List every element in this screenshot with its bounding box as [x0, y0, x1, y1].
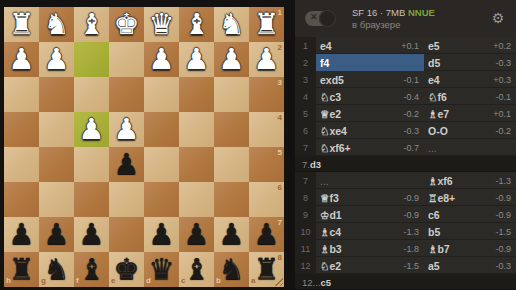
piece-white-knight[interactable]: ♞: [214, 7, 249, 42]
coord-rank-7: 7: [278, 219, 282, 227]
black-move-cell[interactable]: ♗xf6-1.3: [424, 172, 516, 189]
square-c1[interactable]: ♝: [179, 7, 214, 42]
square-g6[interactable]: [39, 182, 74, 217]
engine-name: SF 16 · 7MB: [352, 7, 405, 18]
square-d2[interactable]: ♟: [144, 42, 179, 77]
white-move-cell[interactable]: exd5-0.1: [316, 71, 424, 88]
move-eval: -0.9: [495, 210, 511, 220]
square-a1[interactable]: ♜1: [249, 7, 284, 42]
piece-black-pawn[interactable]: ♟: [179, 217, 214, 252]
move-eval: -0.1: [495, 92, 511, 102]
engine-toggle[interactable]: ✕: [305, 11, 335, 26]
black-move-cell[interactable]: ♘f6-0.1: [424, 88, 516, 105]
move-eval: -0.3: [403, 126, 419, 136]
white-move-cell[interactable]: ♘xe4-0.3: [316, 122, 424, 139]
piece-white-pawn[interactable]: ♟: [214, 42, 249, 77]
square-f3[interactable]: [74, 77, 109, 112]
square-b6[interactable]: [214, 182, 249, 217]
square-f4[interactable]: ♟: [74, 112, 109, 147]
move-san: ♗b3: [320, 243, 342, 255]
coord-file-c: c: [181, 277, 185, 285]
move-row: 11♗b3-1.8♗b7-0.9: [295, 240, 516, 257]
move-san: ♘xf6+: [320, 142, 351, 154]
square-a5[interactable]: 5: [249, 147, 284, 182]
move-row: 6♘xe4-0.3O-O-0.2: [295, 122, 516, 139]
move-san: ...: [320, 175, 329, 187]
move-row: 4♘c3-0.4♘f6-0.1: [295, 88, 516, 105]
piece-white-pawn[interactable]: ♟: [39, 42, 74, 77]
square-a8[interactable]: ♜8a: [249, 252, 284, 287]
move-eval: +0.3: [493, 75, 511, 85]
piece-black-pawn[interactable]: ♟: [144, 217, 179, 252]
piece-white-king[interactable]: ♚: [109, 7, 144, 42]
square-c6[interactable]: [179, 182, 214, 217]
move-number: 11: [295, 240, 316, 257]
move-eval: -0.7: [403, 143, 419, 153]
engine-subtitle: в браузере: [352, 19, 435, 31]
square-g7[interactable]: ♟: [39, 217, 74, 252]
move-number: 12: [295, 257, 316, 274]
coord-rank-2: 2: [278, 44, 282, 52]
piece-black-pawn[interactable]: ♟: [214, 217, 249, 252]
square-b1[interactable]: ♞: [214, 7, 249, 42]
board-area: ♜♞♝♚♛♝♞♜1♟♟♟♟♟♟23♟♟4♟56♟♟♟♟♟♟♟7♜h♞g♝f♚e♛…: [0, 0, 291, 290]
coord-file-g: g: [41, 277, 46, 285]
white-move-cell[interactable]: e4+0.1: [316, 37, 424, 54]
square-e1[interactable]: ♚: [109, 7, 144, 42]
move-san: exd5: [320, 74, 344, 86]
coord-file-e: e: [111, 277, 115, 285]
square-f5[interactable]: [74, 147, 109, 182]
piece-white-knight[interactable]: ♞: [39, 7, 74, 42]
square-e6[interactable]: [109, 182, 144, 217]
move-san: ♕f3: [320, 192, 339, 204]
engine-panel: ✕ SF 16 · 7MB NNUE в браузере ⚙ 1e4+0.1e…: [295, 0, 516, 290]
move-row: 7...♗xf6-1.3: [295, 172, 516, 189]
coord-file-a: a: [251, 277, 255, 285]
move-row: 5♕e2-0.2♗e7+0.1: [295, 105, 516, 122]
square-a6[interactable]: 6: [249, 182, 284, 217]
square-e3[interactable]: [109, 77, 144, 112]
move-san: ♘xe4: [320, 125, 347, 137]
black-move-cell[interactable]: O-O-0.2: [424, 122, 516, 139]
move-san: ...: [428, 142, 437, 154]
move-number: 4: [295, 88, 316, 105]
variation-move-san: c5: [321, 277, 332, 288]
move-eval: -1.8: [403, 244, 419, 254]
square-f7[interactable]: ♟: [74, 217, 109, 252]
white-move-cell[interactable]: ♗b3-1.8: [316, 240, 424, 257]
variation-move-san: d3: [310, 159, 321, 170]
black-move-cell[interactable]: ♗e7+0.1: [424, 105, 516, 122]
move-number: 10: [295, 223, 316, 240]
square-a7[interactable]: ♟7: [249, 217, 284, 252]
move-san: O-O: [428, 125, 448, 137]
move-eval: -1.3: [403, 227, 419, 237]
move-eval: -0.4: [403, 92, 419, 102]
white-move-cell[interactable]: ♘e2-1.5: [316, 257, 424, 274]
move-eval: -0.9: [495, 244, 511, 254]
white-move-cell[interactable]: ♘xf6+-0.7: [316, 139, 424, 156]
square-c7[interactable]: ♟: [179, 217, 214, 252]
square-a3[interactable]: 3: [249, 77, 284, 112]
square-g8[interactable]: ♞g: [39, 252, 74, 287]
piece-black-pawn[interactable]: ♟: [74, 217, 109, 252]
square-e2[interactable]: [109, 42, 144, 77]
square-h4[interactable]: [4, 112, 39, 147]
close-icon: ✕: [310, 13, 318, 22]
move-eval: -1.5: [403, 261, 419, 271]
move-eval: -0.3: [495, 58, 511, 68]
black-move-cell[interactable]: ♗b7-0.9: [424, 240, 516, 257]
piece-white-bishop[interactable]: ♝: [179, 7, 214, 42]
piece-black-pawn[interactable]: ♟: [39, 217, 74, 252]
move-number: 2: [295, 54, 316, 71]
move-san: b5: [428, 226, 440, 238]
coord-rank-6: 6: [278, 184, 282, 192]
piece-white-pawn[interactable]: ♟: [4, 42, 39, 77]
move-row: 1e4+0.1e5+0.2: [295, 37, 516, 54]
piece-white-bishop[interactable]: ♝: [74, 7, 109, 42]
square-c5[interactable]: [179, 147, 214, 182]
gear-icon[interactable]: ⚙: [489, 9, 507, 27]
move-san: ♔d1: [320, 209, 342, 221]
move-eval: +0.1: [401, 41, 419, 51]
piece-white-rook[interactable]: ♜: [4, 7, 39, 42]
move-number: 7: [295, 172, 316, 189]
square-c3[interactable]: [179, 77, 214, 112]
move-eval: -1.3: [495, 176, 511, 186]
move-eval: +0.1: [493, 109, 511, 119]
move-row: 3exd5-0.1e4+0.3: [295, 71, 516, 88]
move-eval: -1.5: [495, 227, 511, 237]
square-g1[interactable]: ♞: [39, 7, 74, 42]
move-eval: +0.2: [493, 41, 511, 51]
move-row: 7♘xf6+-0.7...: [295, 139, 516, 156]
square-d3[interactable]: [144, 77, 179, 112]
move-list: 1e4+0.1e5+0.22f4d5-0.33exd5-0.1e4+0.34♘c…: [295, 37, 516, 290]
square-h8[interactable]: ♜h: [4, 252, 39, 287]
move-row: 9♔d1-0.9c6-0.9: [295, 206, 516, 223]
move-number: 7: [295, 139, 316, 156]
white-move-cell[interactable]: ♕f3-0.9: [316, 189, 424, 206]
square-f8[interactable]: ♝f: [74, 252, 109, 287]
square-f1[interactable]: ♝: [74, 7, 109, 42]
move-number: 9: [295, 206, 316, 223]
square-h6[interactable]: [4, 182, 39, 217]
move-row: 10♗c4-1.3b5-1.5: [295, 223, 516, 240]
piece-black-pawn[interactable]: ♟: [4, 217, 39, 252]
coord-rank-4: 4: [278, 114, 282, 122]
square-f2[interactable]: [74, 42, 109, 77]
white-move-cell[interactable]: ♗c4-1.3: [316, 223, 424, 240]
coord-file-h: h: [6, 277, 11, 285]
white-move-cell[interactable]: ...: [316, 172, 424, 189]
coord-rank-8: 8: [278, 254, 282, 262]
square-h3[interactable]: [4, 77, 39, 112]
move-eval: -0.9: [403, 193, 419, 203]
move-san: ♕e2: [320, 108, 341, 120]
square-e5[interactable]: ♟: [109, 147, 144, 182]
coord-file-f: f: [76, 277, 79, 285]
square-b5[interactable]: [214, 147, 249, 182]
square-h7[interactable]: ♟: [4, 217, 39, 252]
piece-white-queen[interactable]: ♛: [144, 7, 179, 42]
move-number: 5: [295, 105, 316, 122]
chess-board[interactable]: ♜♞♝♚♛♝♞♜1♟♟♟♟♟♟23♟♟4♟56♟♟♟♟♟♟♟7♜h♞g♝f♚e♛…: [4, 7, 284, 287]
square-d8[interactable]: ♛d: [144, 252, 179, 287]
square-d5[interactable]: [144, 147, 179, 182]
square-e7[interactable]: [109, 217, 144, 252]
square-c8[interactable]: ♝c: [179, 252, 214, 287]
move-san: ♘e2: [320, 260, 341, 272]
coord-file-d: d: [146, 277, 151, 285]
move-san: ♗c4: [320, 226, 341, 238]
move-eval: -0.9: [403, 210, 419, 220]
white-move-cell[interactable]: ♔d1-0.9: [316, 206, 424, 223]
move-san: ♗e7: [428, 108, 449, 120]
square-c2[interactable]: ♟: [179, 42, 214, 77]
square-g3[interactable]: [39, 77, 74, 112]
square-f6[interactable]: [74, 182, 109, 217]
black-move-cell[interactable]: e5+0.2: [424, 37, 516, 54]
variation-move-number: 7.: [302, 159, 310, 170]
move-row: 8♕f3-0.9♖e8+-0.9: [295, 189, 516, 206]
black-move-cell[interactable]: c6-0.9: [424, 206, 516, 223]
variation-row[interactable]: 12...c5: [295, 274, 516, 290]
black-move-cell[interactable]: e4+0.3: [424, 71, 516, 88]
variation-row[interactable]: 7.d3: [295, 156, 516, 172]
piece-white-pawn[interactable]: ♟: [144, 42, 179, 77]
move-eval: -0.3: [495, 261, 511, 271]
move-san: ♗xf6: [428, 175, 453, 187]
square-d1[interactable]: ♛: [144, 7, 179, 42]
move-eval: -0.2: [403, 109, 419, 119]
move-san: c6: [428, 209, 440, 221]
square-d7[interactable]: ♟: [144, 217, 179, 252]
move-row: 2f4d5-0.3: [295, 54, 516, 71]
square-d6[interactable]: [144, 182, 179, 217]
square-d4[interactable]: [144, 112, 179, 147]
piece-white-pawn[interactable]: ♟: [109, 112, 144, 147]
move-san: d5: [428, 57, 440, 69]
square-h2[interactable]: ♟: [4, 42, 39, 77]
square-b3[interactable]: [214, 77, 249, 112]
black-move-cell[interactable]: d5-0.3: [424, 54, 516, 71]
piece-black-bishop[interactable]: ♝: [74, 252, 109, 287]
move-san: ♗b7: [428, 243, 450, 255]
coord-rank-5: 5: [278, 149, 282, 157]
move-san: a5: [428, 260, 440, 272]
move-number: 6: [295, 122, 316, 139]
square-e8[interactable]: ♚e: [109, 252, 144, 287]
white-move-cell[interactable]: ♘c3-0.4: [316, 88, 424, 105]
piece-white-pawn[interactable]: ♟: [179, 42, 214, 77]
coord-rank-3: 3: [278, 79, 282, 87]
square-a4[interactable]: 4: [249, 112, 284, 147]
square-g2[interactable]: ♟: [39, 42, 74, 77]
move-san: ♘f6: [428, 91, 447, 103]
black-move-cell[interactable]: b5-1.5: [424, 223, 516, 240]
square-b8[interactable]: ♞b: [214, 252, 249, 287]
square-g4[interactable]: [39, 112, 74, 147]
white-move-cell[interactable]: ♕e2-0.2: [316, 105, 424, 122]
move-number: 1: [295, 37, 316, 54]
engine-title: SF 16 · 7MB NNUE в браузере: [352, 7, 435, 31]
square-b2[interactable]: ♟: [214, 42, 249, 77]
move-eval: -0.2: [495, 126, 511, 136]
move-san: e4: [320, 40, 332, 52]
move-san: e5: [428, 40, 440, 52]
move-eval: -0.1: [403, 75, 419, 85]
move-san: f4: [320, 57, 329, 69]
black-move-cell[interactable]: ♖e8+-0.9: [424, 189, 516, 206]
white-move-cell[interactable]: f4: [316, 54, 424, 71]
move-san: ♖e8+: [428, 192, 455, 204]
square-g5[interactable]: [39, 147, 74, 182]
black-move-cell[interactable]: a5-0.3: [424, 257, 516, 274]
coord-file-b: b: [216, 277, 221, 285]
square-c4[interactable]: [179, 112, 214, 147]
square-h1[interactable]: ♜: [4, 7, 39, 42]
move-number: 3: [295, 71, 316, 88]
move-san: ♘c3: [320, 91, 341, 103]
board-resize-handle[interactable]: [274, 277, 283, 286]
move-number: 8: [295, 189, 316, 206]
square-b7[interactable]: ♟: [214, 217, 249, 252]
square-h5[interactable]: [4, 147, 39, 182]
piece-black-pawn[interactable]: ♟: [109, 147, 144, 182]
move-san: e4: [428, 74, 440, 86]
move-eval: -0.9: [495, 193, 511, 203]
black-move-cell[interactable]: ...: [424, 139, 516, 156]
move-row: 12♘e2-1.5a5-0.3: [295, 257, 516, 274]
engine-header: ✕ SF 16 · 7MB NNUE в браузере ⚙: [295, 0, 516, 37]
piece-white-pawn[interactable]: ♟: [74, 112, 109, 147]
variation-move-number: 12...: [302, 277, 321, 288]
coord-rank-1: 1: [278, 9, 282, 17]
toggle-knob-icon: [319, 10, 336, 27]
square-b4[interactable]: [214, 112, 249, 147]
nnue-badge: NNUE: [408, 7, 435, 18]
square-a2[interactable]: ♟2: [249, 42, 284, 77]
square-e4[interactable]: ♟: [109, 112, 144, 147]
